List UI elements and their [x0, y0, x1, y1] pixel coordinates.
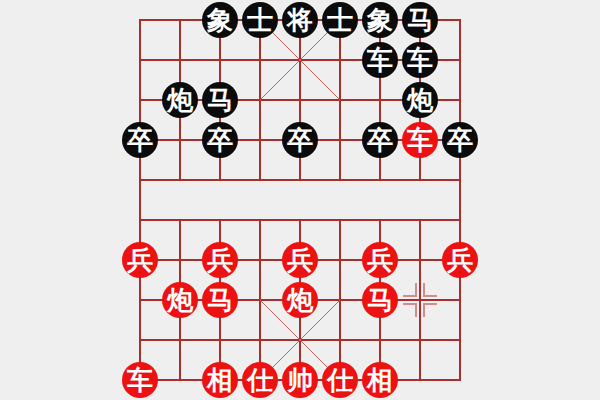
piece-black-elephant[interactable]: 象 [202, 2, 238, 38]
piece-red-soldier[interactable]: 兵 [362, 242, 398, 278]
piece-red-advisor[interactable]: 仕 [242, 362, 278, 398]
piece-black-general[interactable]: 将 [282, 2, 318, 38]
piece-grid: 象士将士象马车车炮马炮卒卒卒卒车卒兵兵兵兵兵炮马炮马车相仕帅仕相 [120, 0, 480, 400]
piece-red-horse[interactable]: 马 [202, 282, 238, 318]
piece-red-cannon[interactable]: 炮 [282, 282, 318, 318]
piece-red-soldier[interactable]: 兵 [282, 242, 318, 278]
last-move-marker [403, 283, 437, 317]
piece-black-soldier[interactable]: 卒 [362, 122, 398, 158]
piece-black-chariot[interactable]: 车 [362, 42, 398, 78]
piece-black-soldier[interactable]: 卒 [282, 122, 318, 158]
piece-red-general[interactable]: 帅 [282, 362, 318, 398]
last-move-marker-corner [403, 303, 417, 317]
piece-black-advisor[interactable]: 士 [242, 2, 278, 38]
piece-black-horse[interactable]: 马 [202, 82, 238, 118]
piece-red-soldier[interactable]: 兵 [202, 242, 238, 278]
last-move-marker-corner [403, 283, 417, 297]
piece-red-chariot[interactable]: 车 [402, 122, 438, 158]
piece-black-advisor[interactable]: 士 [322, 2, 358, 38]
piece-black-cannon[interactable]: 炮 [402, 82, 438, 118]
piece-black-chariot[interactable]: 车 [402, 42, 438, 78]
piece-red-elephant[interactable]: 相 [202, 362, 238, 398]
piece-black-cannon[interactable]: 炮 [162, 82, 198, 118]
piece-red-horse[interactable]: 马 [362, 282, 398, 318]
piece-red-cannon[interactable]: 炮 [162, 282, 198, 318]
piece-red-chariot[interactable]: 车 [122, 362, 158, 398]
last-move-marker-corner [423, 283, 437, 297]
piece-red-advisor[interactable]: 仕 [322, 362, 358, 398]
piece-red-elephant[interactable]: 相 [362, 362, 398, 398]
last-move-marker-corner [423, 303, 437, 317]
piece-red-soldier[interactable]: 兵 [442, 242, 478, 278]
piece-red-soldier[interactable]: 兵 [122, 242, 158, 278]
piece-black-soldier[interactable]: 卒 [122, 122, 158, 158]
piece-black-soldier[interactable]: 卒 [202, 122, 238, 158]
piece-black-soldier[interactable]: 卒 [442, 122, 478, 158]
piece-black-horse[interactable]: 马 [402, 2, 438, 38]
xiangqi-board: 象士将士象马车车炮马炮卒卒卒卒车卒兵兵兵兵兵炮马炮马车相仕帅仕相 [0, 0, 600, 400]
piece-black-elephant[interactable]: 象 [362, 2, 398, 38]
